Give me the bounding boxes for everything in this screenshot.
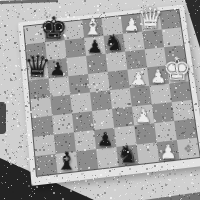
piece-white-king[interactable]: ♚: [162, 53, 192, 85]
background-dark-left-edge: [0, 102, 6, 134]
piece-white-pawn[interactable]: ♟: [159, 142, 177, 161]
piece-white-pawn[interactable]: ♟: [130, 69, 147, 87]
board-maker-emblem: ❖: [183, 143, 193, 154]
background-dark-top-edge: [0, 0, 58, 4]
piece-black-queen[interactable]: ♛: [23, 52, 51, 82]
piece-black-bishop[interactable]: ♝: [55, 149, 77, 174]
piece-black-knight[interactable]: ♞: [116, 142, 138, 167]
piece-black-knight[interactable]: ♞: [104, 31, 125, 54]
piece-white-pawn[interactable]: ♟: [134, 106, 151, 125]
chessboard: ♚♝♟♛♟♞♛♟♟♟♚♟♟♝♞♟❖: [18, 5, 200, 186]
piece-black-pawn[interactable]: ♟: [49, 60, 66, 78]
piece-black-king[interactable]: ♚: [39, 13, 68, 44]
piece-black-pawn[interactable]: ♟: [97, 130, 114, 149]
piece-white-queen[interactable]: ♛: [137, 4, 164, 33]
piece-black-pawn[interactable]: ♟: [87, 38, 104, 56]
pieces-layer: ♚♝♟♛♟♞♛♟♟♟♚♟♟♝♞♟❖: [24, 10, 200, 176]
chessboard-photo: ♚♝♟♛♟♞♛♟♟♟♚♟♟♝♞♟❖: [0, 0, 200, 200]
